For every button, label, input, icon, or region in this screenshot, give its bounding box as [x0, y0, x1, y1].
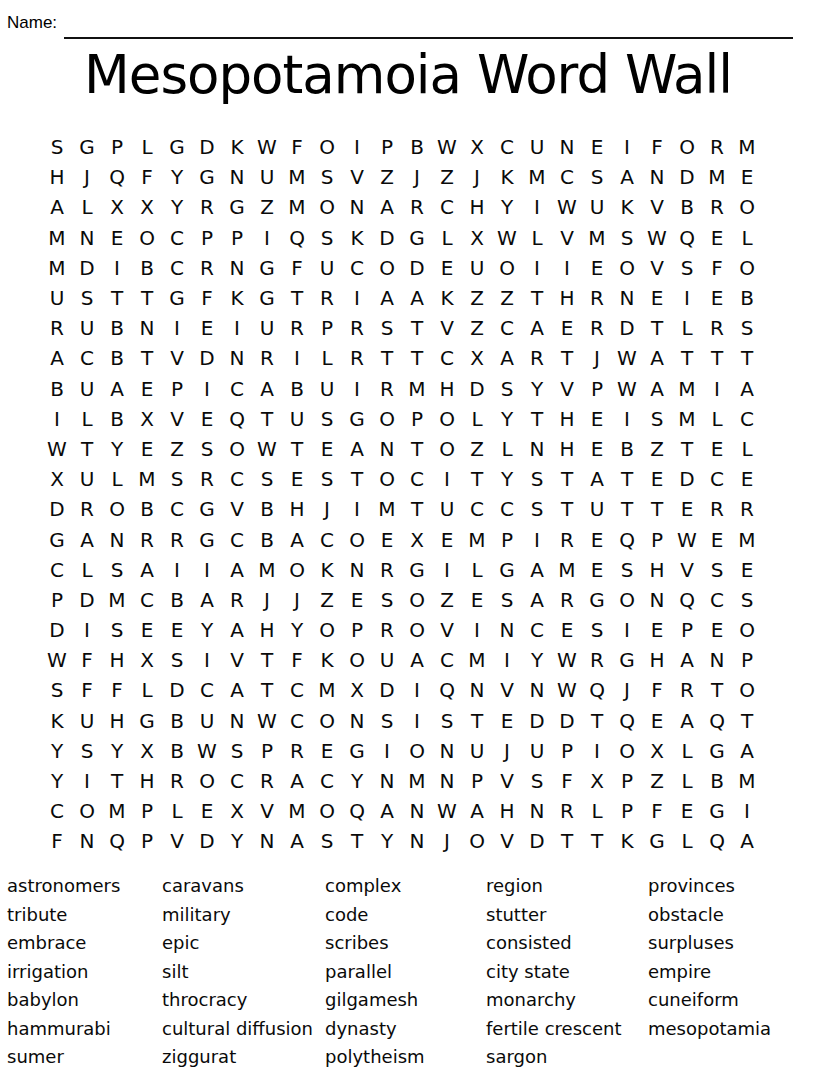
- grid-cell-r6c24[interactable]: B: [732, 283, 762, 313]
- grid-cell-r5c23[interactable]: F: [702, 253, 732, 283]
- grid-cell-r8c1[interactable]: A: [42, 343, 72, 373]
- grid-cell-r18c6[interactable]: I: [192, 645, 222, 675]
- grid-cell-r7c4[interactable]: N: [132, 313, 162, 343]
- grid-cell-r7c12[interactable]: S: [372, 313, 402, 343]
- grid-cell-r7c15[interactable]: Z: [462, 313, 492, 343]
- grid-cell-r13c21[interactable]: T: [642, 494, 672, 524]
- grid-cell-r5c9[interactable]: F: [282, 253, 312, 283]
- grid-cell-r23c23[interactable]: G: [702, 796, 732, 826]
- grid-cell-r23c13[interactable]: N: [402, 796, 432, 826]
- grid-cell-r23c10[interactable]: O: [312, 796, 342, 826]
- grid-cell-r15c24[interactable]: E: [732, 555, 762, 585]
- word-item[interactable]: code: [325, 901, 425, 930]
- grid-cell-r24c22[interactable]: L: [672, 826, 702, 856]
- word-item[interactable]: parallel: [325, 958, 425, 987]
- grid-cell-r14c22[interactable]: W: [672, 524, 702, 554]
- grid-cell-r21c10[interactable]: E: [312, 736, 342, 766]
- grid-cell-r17c13[interactable]: O: [402, 615, 432, 645]
- grid-cell-r12c5[interactable]: S: [162, 464, 192, 494]
- grid-cell-r8c17[interactable]: R: [522, 343, 552, 373]
- word-item[interactable]: irrigation: [7, 958, 120, 987]
- grid-cell-r8c15[interactable]: X: [462, 343, 492, 373]
- grid-cell-r19c11[interactable]: X: [342, 675, 372, 705]
- grid-cell-r13c5[interactable]: C: [162, 494, 192, 524]
- grid-cell-r20c23[interactable]: Q: [702, 706, 732, 736]
- grid-cell-r23c24[interactable]: I: [732, 796, 762, 826]
- grid-cell-r17c15[interactable]: I: [462, 615, 492, 645]
- grid-cell-r22c18[interactable]: F: [552, 766, 582, 796]
- grid-cell-r17c1[interactable]: D: [42, 615, 72, 645]
- grid-cell-r22c4[interactable]: H: [132, 766, 162, 796]
- grid-cell-r16c11[interactable]: E: [342, 585, 372, 615]
- grid-cell-r14c19[interactable]: E: [582, 524, 612, 554]
- grid-cell-r12c2[interactable]: U: [72, 464, 102, 494]
- grid-cell-r2c7[interactable]: N: [222, 162, 252, 192]
- grid-cell-r20c7[interactable]: N: [222, 706, 252, 736]
- grid-cell-r23c11[interactable]: Q: [342, 796, 372, 826]
- grid-cell-r13c9[interactable]: H: [282, 494, 312, 524]
- grid-cell-r6c1[interactable]: U: [42, 283, 72, 313]
- grid-cell-r13c15[interactable]: C: [462, 494, 492, 524]
- grid-cell-r10c15[interactable]: L: [462, 404, 492, 434]
- grid-cell-r8c9[interactable]: I: [282, 343, 312, 373]
- grid-cell-r19c8[interactable]: T: [252, 675, 282, 705]
- grid-cell-r19c2[interactable]: F: [72, 675, 102, 705]
- grid-cell-r18c11[interactable]: O: [342, 645, 372, 675]
- grid-cell-r21c1[interactable]: Y: [42, 736, 72, 766]
- grid-cell-r11c3[interactable]: Y: [102, 434, 132, 464]
- grid-cell-r21c16[interactable]: J: [492, 736, 522, 766]
- grid-cell-r19c6[interactable]: C: [192, 675, 222, 705]
- grid-cell-r9c5[interactable]: P: [162, 374, 192, 404]
- grid-cell-r5c10[interactable]: U: [312, 253, 342, 283]
- grid-cell-r20c13[interactable]: I: [402, 706, 432, 736]
- grid-cell-r18c18[interactable]: W: [552, 645, 582, 675]
- grid-cell-r6c18[interactable]: H: [552, 283, 582, 313]
- grid-cell-r1c23[interactable]: R: [702, 132, 732, 162]
- grid-cell-r11c6[interactable]: S: [192, 434, 222, 464]
- grid-cell-r18c13[interactable]: A: [402, 645, 432, 675]
- grid-cell-r11c23[interactable]: E: [702, 434, 732, 464]
- grid-cell-r5c20[interactable]: O: [612, 253, 642, 283]
- grid-cell-r24c20[interactable]: K: [612, 826, 642, 856]
- grid-cell-r9c19[interactable]: P: [582, 374, 612, 404]
- grid-cell-r5c21[interactable]: V: [642, 253, 672, 283]
- grid-cell-r24c18[interactable]: T: [552, 826, 582, 856]
- grid-cell-r6c16[interactable]: Z: [492, 283, 522, 313]
- grid-cell-r21c6[interactable]: W: [192, 736, 222, 766]
- grid-cell-r13c8[interactable]: B: [252, 494, 282, 524]
- grid-cell-r4c9[interactable]: Q: [282, 223, 312, 253]
- grid-cell-r21c19[interactable]: I: [582, 736, 612, 766]
- grid-cell-r13c18[interactable]: T: [552, 494, 582, 524]
- word-item[interactable]: throcracy: [162, 986, 313, 1015]
- grid-cell-r8c7[interactable]: N: [222, 343, 252, 373]
- grid-cell-r21c17[interactable]: U: [522, 736, 552, 766]
- grid-cell-r13c10[interactable]: J: [312, 494, 342, 524]
- grid-cell-r18c1[interactable]: W: [42, 645, 72, 675]
- grid-cell-r13c12[interactable]: M: [372, 494, 402, 524]
- grid-cell-r18c21[interactable]: H: [642, 645, 672, 675]
- grid-cell-r7c16[interactable]: C: [492, 313, 522, 343]
- word-item[interactable]: provinces: [648, 872, 771, 901]
- grid-cell-r12c4[interactable]: M: [132, 464, 162, 494]
- grid-cell-r14c17[interactable]: I: [522, 524, 552, 554]
- grid-cell-r19c22[interactable]: R: [672, 675, 702, 705]
- grid-cell-r4c8[interactable]: I: [252, 223, 282, 253]
- grid-cell-r12c23[interactable]: C: [702, 464, 732, 494]
- grid-cell-r22c19[interactable]: X: [582, 766, 612, 796]
- word-item[interactable]: surpluses: [648, 929, 771, 958]
- grid-cell-r10c12[interactable]: O: [372, 404, 402, 434]
- grid-cell-r14c23[interactable]: E: [702, 524, 732, 554]
- grid-cell-r21c23[interactable]: G: [702, 736, 732, 766]
- grid-cell-r16c8[interactable]: J: [252, 585, 282, 615]
- grid-cell-r24c9[interactable]: A: [282, 826, 312, 856]
- grid-cell-r8c12[interactable]: T: [372, 343, 402, 373]
- grid-cell-r4c24[interactable]: L: [732, 223, 762, 253]
- grid-cell-r19c12[interactable]: D: [372, 675, 402, 705]
- word-item[interactable]: tribute: [7, 901, 120, 930]
- grid-cell-r24c3[interactable]: Q: [102, 826, 132, 856]
- grid-cell-r24c8[interactable]: N: [252, 826, 282, 856]
- grid-cell-r14c16[interactable]: P: [492, 524, 522, 554]
- grid-cell-r22c23[interactable]: B: [702, 766, 732, 796]
- grid-cell-r24c1[interactable]: F: [42, 826, 72, 856]
- grid-cell-r20c21[interactable]: E: [642, 706, 672, 736]
- grid-cell-r2c14[interactable]: Z: [432, 162, 462, 192]
- grid-cell-r19c9[interactable]: C: [282, 675, 312, 705]
- grid-cell-r24c4[interactable]: P: [132, 826, 162, 856]
- grid-cell-r23c22[interactable]: E: [672, 796, 702, 826]
- grid-cell-r13c11[interactable]: I: [342, 494, 372, 524]
- grid-cell-r5c13[interactable]: D: [402, 253, 432, 283]
- word-item[interactable]: fertile crescent: [486, 1015, 621, 1044]
- grid-cell-r16c3[interactable]: M: [102, 585, 132, 615]
- grid-cell-r3c16[interactable]: Y: [492, 192, 522, 222]
- grid-cell-r12c10[interactable]: S: [312, 464, 342, 494]
- grid-cell-r2c24[interactable]: E: [732, 162, 762, 192]
- grid-cell-r3c18[interactable]: W: [552, 192, 582, 222]
- grid-cell-r15c5[interactable]: I: [162, 555, 192, 585]
- grid-cell-r14c14[interactable]: E: [432, 524, 462, 554]
- grid-cell-r22c12[interactable]: N: [372, 766, 402, 796]
- grid-cell-r20c14[interactable]: S: [432, 706, 462, 736]
- grid-cell-r3c12[interactable]: A: [372, 192, 402, 222]
- grid-cell-r18c7[interactable]: V: [222, 645, 252, 675]
- grid-cell-r21c11[interactable]: G: [342, 736, 372, 766]
- grid-cell-r22c22[interactable]: L: [672, 766, 702, 796]
- grid-cell-r21c12[interactable]: I: [372, 736, 402, 766]
- grid-cell-r21c8[interactable]: P: [252, 736, 282, 766]
- grid-cell-r22c17[interactable]: S: [522, 766, 552, 796]
- grid-cell-r20c5[interactable]: B: [162, 706, 192, 736]
- grid-cell-r24c21[interactable]: G: [642, 826, 672, 856]
- grid-cell-r19c15[interactable]: N: [462, 675, 492, 705]
- grid-cell-r10c14[interactable]: O: [432, 404, 462, 434]
- grid-cell-r13c7[interactable]: V: [222, 494, 252, 524]
- grid-cell-r3c13[interactable]: R: [402, 192, 432, 222]
- grid-cell-r24c16[interactable]: V: [492, 826, 522, 856]
- grid-cell-r20c20[interactable]: Q: [612, 706, 642, 736]
- grid-cell-r19c13[interactable]: I: [402, 675, 432, 705]
- word-item[interactable]: region: [486, 872, 621, 901]
- grid-cell-r17c17[interactable]: C: [522, 615, 552, 645]
- grid-cell-r22c20[interactable]: P: [612, 766, 642, 796]
- grid-cell-r21c5[interactable]: B: [162, 736, 192, 766]
- grid-cell-r8c11[interactable]: R: [342, 343, 372, 373]
- grid-cell-r7c13[interactable]: T: [402, 313, 432, 343]
- grid-cell-r6c5[interactable]: G: [162, 283, 192, 313]
- grid-cell-r24c17[interactable]: D: [522, 826, 552, 856]
- grid-cell-r5c7[interactable]: N: [222, 253, 252, 283]
- grid-cell-r3c5[interactable]: Y: [162, 192, 192, 222]
- grid-cell-r15c18[interactable]: M: [552, 555, 582, 585]
- word-item[interactable]: caravans: [162, 872, 313, 901]
- grid-cell-r10c6[interactable]: E: [192, 404, 222, 434]
- grid-cell-r20c24[interactable]: T: [732, 706, 762, 736]
- grid-cell-r22c5[interactable]: R: [162, 766, 192, 796]
- grid-cell-r7c21[interactable]: T: [642, 313, 672, 343]
- grid-cell-r6c3[interactable]: T: [102, 283, 132, 313]
- grid-cell-r23c19[interactable]: L: [582, 796, 612, 826]
- grid-cell-r10c10[interactable]: S: [312, 404, 342, 434]
- grid-cell-r7c1[interactable]: R: [42, 313, 72, 343]
- grid-cell-r20c9[interactable]: C: [282, 706, 312, 736]
- grid-cell-r10c22[interactable]: M: [672, 404, 702, 434]
- grid-cell-r17c20[interactable]: I: [612, 615, 642, 645]
- grid-cell-r11c13[interactable]: T: [402, 434, 432, 464]
- grid-cell-r24c12[interactable]: Y: [372, 826, 402, 856]
- grid-cell-r20c18[interactable]: D: [552, 706, 582, 736]
- grid-cell-r20c22[interactable]: A: [672, 706, 702, 736]
- grid-cell-r15c15[interactable]: L: [462, 555, 492, 585]
- grid-cell-r5c16[interactable]: O: [492, 253, 522, 283]
- grid-cell-r16c9[interactable]: J: [282, 585, 312, 615]
- grid-cell-r24c15[interactable]: O: [462, 826, 492, 856]
- grid-cell-r5c22[interactable]: S: [672, 253, 702, 283]
- grid-cell-r21c18[interactable]: P: [552, 736, 582, 766]
- grid-cell-r18c8[interactable]: T: [252, 645, 282, 675]
- grid-cell-r4c1[interactable]: M: [42, 223, 72, 253]
- grid-cell-r15c6[interactable]: I: [192, 555, 222, 585]
- grid-cell-r14c24[interactable]: M: [732, 524, 762, 554]
- grid-cell-r13c1[interactable]: D: [42, 494, 72, 524]
- grid-cell-r10c19[interactable]: E: [582, 404, 612, 434]
- grid-cell-r8c19[interactable]: J: [582, 343, 612, 373]
- grid-cell-r14c10[interactable]: C: [312, 524, 342, 554]
- grid-cell-r1c19[interactable]: E: [582, 132, 612, 162]
- grid-cell-r13c22[interactable]: E: [672, 494, 702, 524]
- grid-cell-r16c6[interactable]: A: [192, 585, 222, 615]
- grid-cell-r2c16[interactable]: K: [492, 162, 522, 192]
- grid-cell-r15c21[interactable]: H: [642, 555, 672, 585]
- grid-cell-r17c8[interactable]: H: [252, 615, 282, 645]
- word-item[interactable]: ziggurat: [162, 1043, 313, 1072]
- grid-cell-r15c2[interactable]: L: [72, 555, 102, 585]
- grid-cell-r12c19[interactable]: A: [582, 464, 612, 494]
- grid-cell-r3c15[interactable]: H: [462, 192, 492, 222]
- grid-cell-r18c16[interactable]: I: [492, 645, 522, 675]
- grid-cell-r19c21[interactable]: F: [642, 675, 672, 705]
- grid-cell-r9c13[interactable]: M: [402, 374, 432, 404]
- grid-cell-r10c18[interactable]: H: [552, 404, 582, 434]
- grid-cell-r17c9[interactable]: Y: [282, 615, 312, 645]
- grid-cell-r14c7[interactable]: C: [222, 524, 252, 554]
- grid-cell-r8c24[interactable]: T: [732, 343, 762, 373]
- grid-cell-r10c20[interactable]: I: [612, 404, 642, 434]
- grid-cell-r12c13[interactable]: C: [402, 464, 432, 494]
- grid-cell-r12c9[interactable]: E: [282, 464, 312, 494]
- grid-cell-r5c1[interactable]: M: [42, 253, 72, 283]
- grid-cell-r10c16[interactable]: Y: [492, 404, 522, 434]
- grid-cell-r2c19[interactable]: S: [582, 162, 612, 192]
- grid-cell-r23c16[interactable]: H: [492, 796, 522, 826]
- grid-cell-r23c8[interactable]: V: [252, 796, 282, 826]
- grid-cell-r2c20[interactable]: A: [612, 162, 642, 192]
- grid-cell-r17c19[interactable]: S: [582, 615, 612, 645]
- grid-cell-r16c23[interactable]: C: [702, 585, 732, 615]
- grid-cell-r2c11[interactable]: V: [342, 162, 372, 192]
- grid-cell-r3c14[interactable]: C: [432, 192, 462, 222]
- grid-cell-r16c22[interactable]: Q: [672, 585, 702, 615]
- grid-cell-r1c21[interactable]: F: [642, 132, 672, 162]
- grid-cell-r9c12[interactable]: R: [372, 374, 402, 404]
- grid-cell-r17c24[interactable]: O: [732, 615, 762, 645]
- grid-cell-r4c5[interactable]: C: [162, 223, 192, 253]
- grid-cell-r23c9[interactable]: M: [282, 796, 312, 826]
- grid-cell-r8c10[interactable]: L: [312, 343, 342, 373]
- grid-cell-r5c6[interactable]: R: [192, 253, 222, 283]
- grid-cell-r4c16[interactable]: W: [492, 223, 522, 253]
- grid-cell-r13c20[interactable]: T: [612, 494, 642, 524]
- grid-cell-r12c14[interactable]: I: [432, 464, 462, 494]
- grid-cell-r18c15[interactable]: M: [462, 645, 492, 675]
- grid-cell-r10c23[interactable]: L: [702, 404, 732, 434]
- grid-cell-r16c14[interactable]: Z: [432, 585, 462, 615]
- grid-cell-r10c24[interactable]: C: [732, 404, 762, 434]
- grid-cell-r9c3[interactable]: A: [102, 374, 132, 404]
- grid-cell-r8c5[interactable]: V: [162, 343, 192, 373]
- grid-cell-r2c8[interactable]: U: [252, 162, 282, 192]
- grid-cell-r5c12[interactable]: O: [372, 253, 402, 283]
- grid-cell-r17c23[interactable]: E: [702, 615, 732, 645]
- grid-cell-r2c1[interactable]: H: [42, 162, 72, 192]
- grid-cell-r1c18[interactable]: N: [552, 132, 582, 162]
- grid-cell-r21c20[interactable]: O: [612, 736, 642, 766]
- grid-cell-r7c20[interactable]: D: [612, 313, 642, 343]
- grid-cell-r21c13[interactable]: O: [402, 736, 432, 766]
- grid-cell-r9c2[interactable]: U: [72, 374, 102, 404]
- grid-cell-r16c2[interactable]: D: [72, 585, 102, 615]
- grid-cell-r16c5[interactable]: B: [162, 585, 192, 615]
- grid-cell-r14c6[interactable]: G: [192, 524, 222, 554]
- grid-cell-r9c8[interactable]: A: [252, 374, 282, 404]
- grid-cell-r6c14[interactable]: K: [432, 283, 462, 313]
- grid-cell-r21c22[interactable]: L: [672, 736, 702, 766]
- grid-cell-r5c4[interactable]: B: [132, 253, 162, 283]
- grid-cell-r3c7[interactable]: G: [222, 192, 252, 222]
- grid-cell-r18c20[interactable]: G: [612, 645, 642, 675]
- grid-cell-r10c5[interactable]: V: [162, 404, 192, 434]
- grid-cell-r24c2[interactable]: N: [72, 826, 102, 856]
- grid-cell-r20c19[interactable]: T: [582, 706, 612, 736]
- grid-cell-r15c9[interactable]: O: [282, 555, 312, 585]
- word-item[interactable]: dynasty: [325, 1015, 425, 1044]
- grid-cell-r15c23[interactable]: S: [702, 555, 732, 585]
- grid-cell-r23c1[interactable]: C: [42, 796, 72, 826]
- grid-cell-r13c23[interactable]: R: [702, 494, 732, 524]
- grid-cell-r15c10[interactable]: K: [312, 555, 342, 585]
- grid-cell-r13c3[interactable]: O: [102, 494, 132, 524]
- grid-cell-r5c17[interactable]: I: [522, 253, 552, 283]
- grid-cell-r6c8[interactable]: G: [252, 283, 282, 313]
- grid-cell-r17c12[interactable]: R: [372, 615, 402, 645]
- grid-cell-r15c19[interactable]: E: [582, 555, 612, 585]
- grid-cell-r15c11[interactable]: N: [342, 555, 372, 585]
- word-item[interactable]: monarchy: [486, 986, 621, 1015]
- grid-cell-r5c5[interactable]: C: [162, 253, 192, 283]
- grid-cell-r8c8[interactable]: R: [252, 343, 282, 373]
- grid-cell-r22c14[interactable]: N: [432, 766, 462, 796]
- word-item[interactable]: city state: [486, 958, 621, 987]
- grid-cell-r17c5[interactable]: E: [162, 615, 192, 645]
- grid-cell-r1c17[interactable]: U: [522, 132, 552, 162]
- grid-cell-r2c15[interactable]: J: [462, 162, 492, 192]
- grid-cell-r14c1[interactable]: G: [42, 524, 72, 554]
- grid-cell-r5c8[interactable]: G: [252, 253, 282, 283]
- grid-cell-r24c24[interactable]: A: [732, 826, 762, 856]
- grid-cell-r1c22[interactable]: O: [672, 132, 702, 162]
- grid-cell-r11c5[interactable]: Z: [162, 434, 192, 464]
- word-item[interactable]: consisted: [486, 929, 621, 958]
- grid-cell-r15c14[interactable]: I: [432, 555, 462, 585]
- grid-cell-r3c22[interactable]: B: [672, 192, 702, 222]
- grid-cell-r17c10[interactable]: O: [312, 615, 342, 645]
- grid-cell-r19c1[interactable]: S: [42, 675, 72, 705]
- grid-cell-r16c19[interactable]: G: [582, 585, 612, 615]
- word-item[interactable]: complex: [325, 872, 425, 901]
- grid-cell-r13c13[interactable]: T: [402, 494, 432, 524]
- grid-cell-r1c1[interactable]: S: [42, 132, 72, 162]
- grid-cell-r2c13[interactable]: J: [402, 162, 432, 192]
- grid-cell-r22c13[interactable]: M: [402, 766, 432, 796]
- grid-cell-r17c11[interactable]: P: [342, 615, 372, 645]
- word-item[interactable]: gilgamesh: [325, 986, 425, 1015]
- grid-cell-r16c21[interactable]: N: [642, 585, 672, 615]
- grid-cell-r12c18[interactable]: T: [552, 464, 582, 494]
- grid-cell-r14c18[interactable]: R: [552, 524, 582, 554]
- grid-cell-r21c3[interactable]: Y: [102, 736, 132, 766]
- grid-cell-r15c20[interactable]: S: [612, 555, 642, 585]
- grid-cell-r8c18[interactable]: T: [552, 343, 582, 373]
- word-item[interactable]: silt: [162, 958, 313, 987]
- grid-cell-r1c20[interactable]: I: [612, 132, 642, 162]
- grid-cell-r12c15[interactable]: T: [462, 464, 492, 494]
- grid-cell-r4c11[interactable]: K: [342, 223, 372, 253]
- grid-cell-r2c10[interactable]: S: [312, 162, 342, 192]
- grid-cell-r22c8[interactable]: R: [252, 766, 282, 796]
- grid-cell-r10c1[interactable]: I: [42, 404, 72, 434]
- grid-cell-r15c8[interactable]: M: [252, 555, 282, 585]
- grid-cell-r4c4[interactable]: O: [132, 223, 162, 253]
- grid-cell-r20c12[interactable]: S: [372, 706, 402, 736]
- grid-cell-r7c7[interactable]: I: [222, 313, 252, 343]
- grid-cell-r14c15[interactable]: M: [462, 524, 492, 554]
- grid-cell-r11c12[interactable]: N: [372, 434, 402, 464]
- grid-cell-r3c2[interactable]: L: [72, 192, 102, 222]
- grid-cell-r24c14[interactable]: J: [432, 826, 462, 856]
